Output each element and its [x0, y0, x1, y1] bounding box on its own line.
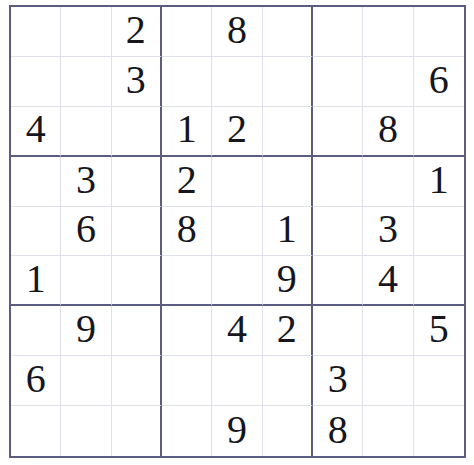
- sudoku-cell-r8c2[interactable]: [61, 356, 111, 406]
- sudoku-cell-r6c9[interactable]: [414, 256, 464, 306]
- sudoku-cell-r9c8[interactable]: [363, 406, 413, 456]
- sudoku-cell-r5c6[interactable]: 1: [263, 207, 313, 257]
- sudoku-cell-r3c5[interactable]: 2: [212, 107, 262, 157]
- sudoku-cell-r6c7[interactable]: [313, 256, 363, 306]
- sudoku-cell-r5c1[interactable]: [11, 207, 61, 257]
- sudoku-cell-r4c9[interactable]: 1: [414, 157, 464, 207]
- sudoku-cell-r1c4[interactable]: [162, 7, 212, 57]
- sudoku-cell-r2c3[interactable]: 3: [112, 57, 162, 107]
- sudoku-cell-r7c5[interactable]: 4: [212, 306, 262, 356]
- sudoku-cell-r6c4[interactable]: [162, 256, 212, 306]
- sudoku-cell-r3c8[interactable]: 8: [363, 107, 413, 157]
- sudoku-cell-r5c2[interactable]: 6: [61, 207, 111, 257]
- sudoku-cell-r7c4[interactable]: [162, 306, 212, 356]
- sudoku-cell-r3c4[interactable]: 1: [162, 107, 212, 157]
- sudoku-cell-r8c5[interactable]: [212, 356, 262, 406]
- sudoku-cell-r3c6[interactable]: [263, 107, 313, 157]
- sudoku-cell-r4c6[interactable]: [263, 157, 313, 207]
- sudoku-cell-r1c2[interactable]: [61, 7, 111, 57]
- sudoku-cell-r6c1[interactable]: 1: [11, 256, 61, 306]
- sudoku-cell-r7c8[interactable]: [363, 306, 413, 356]
- sudoku-cell-r2c5[interactable]: [212, 57, 262, 107]
- sudoku-cell-r1c5[interactable]: 8: [212, 7, 262, 57]
- sudoku-cell-r9c7[interactable]: 8: [313, 406, 363, 456]
- sudoku-cell-r7c2[interactable]: 9: [61, 306, 111, 356]
- sudoku-cell-r4c2[interactable]: 3: [61, 157, 111, 207]
- sudoku-cell-r4c3[interactable]: [112, 157, 162, 207]
- sudoku-cell-r1c8[interactable]: [363, 7, 413, 57]
- sudoku-cell-r8c1[interactable]: 6: [11, 356, 61, 406]
- sudoku-cell-r3c7[interactable]: [313, 107, 363, 157]
- sudoku-cell-r6c5[interactable]: [212, 256, 262, 306]
- sudoku-cell-r3c2[interactable]: [61, 107, 111, 157]
- sudoku-cell-r5c8[interactable]: 3: [363, 207, 413, 257]
- sudoku-cell-r1c1[interactable]: [11, 7, 61, 57]
- sudoku-cell-r8c7[interactable]: 3: [313, 356, 363, 406]
- sudoku-cell-r9c5[interactable]: 9: [212, 406, 262, 456]
- sudoku-cell-r8c6[interactable]: [263, 356, 313, 406]
- sudoku-cell-r7c9[interactable]: 5: [414, 306, 464, 356]
- sudoku-cell-r6c2[interactable]: [61, 256, 111, 306]
- sudoku-cell-r1c3[interactable]: 2: [112, 7, 162, 57]
- sudoku-cell-r9c6[interactable]: [263, 406, 313, 456]
- sudoku-cell-r2c6[interactable]: [263, 57, 313, 107]
- sudoku-cell-r3c1[interactable]: 4: [11, 107, 61, 157]
- sudoku-cell-r2c2[interactable]: [61, 57, 111, 107]
- sudoku-cell-r2c4[interactable]: [162, 57, 212, 107]
- sudoku-cell-r4c1[interactable]: [11, 157, 61, 207]
- sudoku-cell-r4c7[interactable]: [313, 157, 363, 207]
- sudoku-cell-r5c4[interactable]: 8: [162, 207, 212, 257]
- sudoku-cell-r9c1[interactable]: [11, 406, 61, 456]
- sudoku-cell-r7c1[interactable]: [11, 306, 61, 356]
- sudoku-cell-r2c7[interactable]: [313, 57, 363, 107]
- sudoku-cell-r6c3[interactable]: [112, 256, 162, 306]
- sudoku-cell-r8c8[interactable]: [363, 356, 413, 406]
- sudoku-cell-r6c6[interactable]: 9: [263, 256, 313, 306]
- sudoku-cell-r1c7[interactable]: [313, 7, 363, 57]
- sudoku-cell-r8c3[interactable]: [112, 356, 162, 406]
- sudoku-cell-r8c4[interactable]: [162, 356, 212, 406]
- sudoku-cell-r6c8[interactable]: 4: [363, 256, 413, 306]
- sudoku-cell-r5c3[interactable]: [112, 207, 162, 257]
- sudoku-cell-r4c4[interactable]: 2: [162, 157, 212, 207]
- sudoku-cell-r7c6[interactable]: 2: [263, 306, 313, 356]
- sudoku-cell-r5c5[interactable]: [212, 207, 262, 257]
- sudoku-cell-r2c8[interactable]: [363, 57, 413, 107]
- sudoku-cell-r4c5[interactable]: [212, 157, 262, 207]
- sudoku-cell-r3c9[interactable]: [414, 107, 464, 157]
- sudoku-cell-r1c9[interactable]: [414, 7, 464, 57]
- sudoku-cell-r2c1[interactable]: [11, 57, 61, 107]
- sudoku-cell-r3c3[interactable]: [112, 107, 162, 157]
- sudoku-cell-r8c9[interactable]: [414, 356, 464, 406]
- sudoku-board: 28364128321681319494256398: [9, 5, 466, 458]
- sudoku-cell-r7c7[interactable]: [313, 306, 363, 356]
- sudoku-cell-r1c6[interactable]: [263, 7, 313, 57]
- sudoku-cell-r9c9[interactable]: [414, 406, 464, 456]
- sudoku-cell-r2c9[interactable]: 6: [414, 57, 464, 107]
- sudoku-cell-r7c3[interactable]: [112, 306, 162, 356]
- sudoku-cell-r5c9[interactable]: [414, 207, 464, 257]
- sudoku-cell-r5c7[interactable]: [313, 207, 363, 257]
- sudoku-cell-r9c3[interactable]: [112, 406, 162, 456]
- sudoku-cell-r4c8[interactable]: [363, 157, 413, 207]
- sudoku-cell-r9c2[interactable]: [61, 406, 111, 456]
- sudoku-cell-r9c4[interactable]: [162, 406, 212, 456]
